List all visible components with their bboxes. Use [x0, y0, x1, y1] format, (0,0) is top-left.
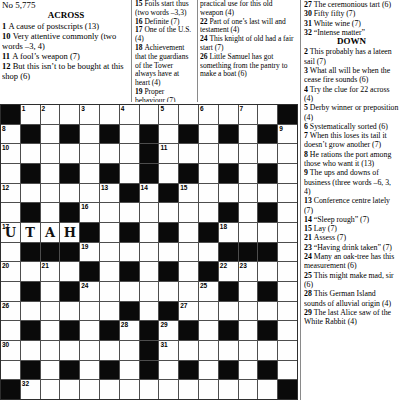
cell-r13-c5[interactable]: [80, 341, 99, 360]
cell-r6-c11[interactable]: [199, 203, 218, 222]
clue-number: 27: [304, 0, 314, 9]
cell-r8-c9[interactable]: [159, 243, 178, 262]
cell-number: 1: [22, 105, 26, 112]
cell-r7-c6[interactable]: [100, 223, 119, 242]
clue-item: 2 This probably has a lateen sail (7): [304, 47, 399, 66]
cell-number: 3: [81, 105, 85, 112]
cell-r3-c9[interactable]: 11: [159, 144, 178, 163]
cell-r12-c14: [258, 321, 277, 340]
cell-r1-c10[interactable]: [179, 105, 198, 124]
cell-number: 11: [160, 144, 167, 151]
cell-r2-c15[interactable]: 9: [278, 125, 297, 144]
clue-item: 29 The last Alice saw of the White Rabbi…: [304, 308, 399, 327]
cell-r2-c4: [60, 125, 79, 144]
clue-item: 14 “Sleep rough” (7): [304, 215, 399, 224]
clue-item: 30 Fifty fifty (7): [304, 9, 399, 18]
cell-r9-c1[interactable]: 20: [1, 262, 20, 281]
cell-r11-c8[interactable]: [140, 302, 159, 321]
cell-r2-c6: [100, 125, 119, 144]
clue-item: 27 The ceremonious tart (6): [304, 0, 399, 9]
cell-r2-c10: [179, 125, 198, 144]
cell-r3-c12[interactable]: [219, 144, 238, 163]
cell-r3-c2[interactable]: [21, 144, 40, 163]
cell-r15-c3[interactable]: [41, 380, 60, 399]
cell-r15-c6[interactable]: [100, 380, 119, 399]
cell-number: 31: [160, 341, 167, 348]
cell-r3-c5[interactable]: [80, 144, 99, 163]
cell-r10-c4: [60, 282, 79, 301]
cell-r15-c10[interactable]: [179, 380, 198, 399]
cell-r12-c11[interactable]: [199, 321, 218, 340]
cell-r12-c12: [219, 321, 238, 340]
cell-r1-c3[interactable]: 2: [41, 105, 60, 124]
cell-r13-c15[interactable]: [278, 341, 297, 360]
clue-number: 9: [304, 168, 310, 177]
cell-number: 24: [81, 282, 88, 289]
cell-r5-c4[interactable]: [60, 184, 79, 203]
clue-item: 24 Many an oak-tree has this measurement…: [304, 252, 399, 271]
cell-r1-c14[interactable]: [258, 105, 277, 124]
clue-column-right-top: practical use for this old weapon (4)22 …: [200, 0, 297, 102]
cell-r7-c1[interactable]: 17U: [1, 223, 20, 242]
clue-item: 4 Try the clue for 22 across (4): [304, 85, 399, 104]
cell-r7-c11: [199, 223, 218, 242]
clue-item: 24 This knight of old had a fair start (…: [200, 35, 297, 53]
cell-r8-c11[interactable]: [199, 243, 218, 262]
cell-number: 29: [160, 321, 167, 328]
column-divider: [131, 0, 132, 102]
cell-r13-c10[interactable]: [179, 341, 198, 360]
clue-number: 21: [304, 233, 314, 242]
cell-r1-c1: [1, 105, 20, 124]
cell-r6-c5[interactable]: 16: [80, 203, 99, 222]
cell-r11-c10[interactable]: 27: [179, 302, 198, 321]
cell-r10-c3[interactable]: [41, 282, 60, 301]
cell-r1-c15: [278, 105, 297, 124]
cell-r5-c5[interactable]: [80, 184, 99, 203]
cell-r4-c12: [219, 164, 238, 183]
clue-item: 11 A fool’s weapon (7): [2, 51, 130, 61]
cell-r2-c1[interactable]: 8: [1, 125, 20, 144]
cell-r6-c3[interactable]: [41, 203, 60, 222]
cell-r7-c10[interactable]: [179, 223, 198, 242]
cell-r9-c9: [159, 262, 178, 281]
cell-r14-c15[interactable]: [278, 361, 297, 380]
clue-item: 6 Systematically sorted (6): [304, 122, 399, 131]
clue-item: 28 This German Island sounds of alluvial…: [304, 289, 399, 308]
cell-number: 15: [180, 184, 187, 191]
cell-r15-c2[interactable]: 32: [21, 380, 40, 399]
cell-r11-c13[interactable]: [239, 302, 258, 321]
cell-r4-c3[interactable]: [41, 164, 60, 183]
cell-r6-c14: [258, 203, 277, 222]
clue-item: 19 Proper behaviour (7): [135, 88, 195, 102]
cell-r6-c6[interactable]: [100, 203, 119, 222]
cell-r10-c10[interactable]: [179, 282, 198, 301]
cell-number: 16: [81, 203, 88, 210]
cell-r15-c8[interactable]: [140, 380, 159, 399]
crossword-grid: 1234567891011121314151617UTAH18192021222…: [0, 104, 298, 400]
clue-number: 7: [304, 131, 310, 140]
cell-r5-c8[interactable]: 14: [140, 184, 159, 203]
cell-r3-c7[interactable]: [120, 144, 139, 163]
clue-number: 5: [304, 103, 310, 112]
cell-r4-c8: [140, 164, 159, 183]
cell-r1-c12[interactable]: [219, 105, 238, 124]
clue-number: 15: [304, 224, 314, 233]
cell-r15-c9[interactable]: [159, 380, 178, 399]
cell-r5-c11[interactable]: [199, 184, 218, 203]
clue-column-down: 27 The ceremonious tart (6)30 Fifty fift…: [304, 0, 399, 400]
cell-r3-c4[interactable]: [60, 144, 79, 163]
cell-r7-c4[interactable]: H: [60, 223, 79, 242]
cell-number: 13: [101, 184, 108, 191]
cell-r2-c9[interactable]: [159, 125, 178, 144]
cell-r3-c8: [140, 144, 159, 163]
cell-r5-c10[interactable]: 15: [179, 184, 198, 203]
cell-r2-c3[interactable]: [41, 125, 60, 144]
cell-r11-c1[interactable]: 26: [1, 302, 20, 321]
cell-number: 5: [160, 105, 164, 112]
cell-r13-c14[interactable]: [258, 341, 277, 360]
cell-letter: T: [21, 223, 40, 242]
clue-number: 25: [304, 271, 314, 280]
cell-r15-c13[interactable]: [239, 380, 258, 399]
cell-r14-c3[interactable]: [41, 361, 60, 380]
cell-r11-c12[interactable]: [219, 302, 238, 321]
cell-r4-c10: [179, 164, 198, 183]
cell-r1-c7[interactable]: 4: [120, 105, 139, 124]
cell-r2-c13[interactable]: [239, 125, 258, 144]
cell-number: 9: [279, 125, 283, 132]
cell-r7-c13[interactable]: [239, 223, 258, 242]
cell-r8-c10[interactable]: [179, 243, 198, 262]
cell-number: 20: [2, 262, 9, 269]
cell-r4-c11[interactable]: [199, 164, 218, 183]
cell-r12-c1[interactable]: [1, 321, 20, 340]
cell-r9-c7: [120, 262, 139, 281]
cell-r9-c2[interactable]: [21, 262, 40, 281]
cell-r10-c2: [21, 282, 40, 301]
cell-r11-c2[interactable]: [21, 302, 40, 321]
cell-r10-c5[interactable]: 24: [80, 282, 99, 301]
cell-r13-c6[interactable]: [100, 341, 119, 360]
clue-number: 22: [200, 17, 209, 26]
cell-r12-c2: [21, 321, 40, 340]
cell-r7-c15[interactable]: [278, 223, 297, 242]
cell-number: 10: [2, 144, 9, 151]
cell-letter: A: [41, 223, 60, 242]
cell-r3-c1[interactable]: 10: [1, 144, 20, 163]
cell-number: 14: [141, 184, 148, 191]
clue-item: 17 One of the U.S. (4): [135, 26, 195, 44]
cell-r13-c7[interactable]: [120, 341, 139, 360]
column-divider: [197, 0, 198, 102]
cell-r11-c4[interactable]: [60, 302, 79, 321]
cell-r7-c14[interactable]: [258, 223, 277, 242]
cell-r7-c8[interactable]: [140, 223, 159, 242]
cell-r3-c3[interactable]: [41, 144, 60, 163]
cell-r10-c7[interactable]: [120, 282, 139, 301]
cell-r5-c9: [159, 184, 178, 203]
cell-r4-c7[interactable]: [120, 164, 139, 183]
cell-r10-c6[interactable]: [100, 282, 119, 301]
cell-r11-c14[interactable]: [258, 302, 277, 321]
cell-r5-c12[interactable]: [219, 184, 238, 203]
cell-r13-c3[interactable]: [41, 341, 60, 360]
clue-number: 24: [200, 34, 209, 43]
clue-number: 14: [304, 215, 314, 224]
cell-r7-c9: [159, 223, 178, 242]
cell-r7-c2[interactable]: T: [21, 223, 40, 242]
cell-r15-c15: [278, 380, 297, 399]
cell-r13-c2[interactable]: [21, 341, 40, 360]
cell-r2-c12: [219, 125, 238, 144]
clue-number: 31: [304, 19, 314, 28]
cell-r14-c7[interactable]: [120, 361, 139, 380]
cell-r8-c2: [21, 243, 40, 262]
clue-item: 21 Assess (7): [304, 233, 399, 242]
cell-r14-c8: [140, 361, 159, 380]
cell-r5-c15[interactable]: [278, 184, 297, 203]
cell-r14-c14: [258, 361, 277, 380]
cell-r10-c11[interactable]: 25: [199, 282, 218, 301]
cell-r9-c5: [80, 262, 99, 281]
cell-r13-c12[interactable]: [219, 341, 238, 360]
cell-r3-c10[interactable]: [179, 144, 198, 163]
cell-r14-c13[interactable]: [239, 361, 258, 380]
clue-item: 10 Very attentive commonly (two words –3…: [2, 31, 130, 51]
cell-r2-c11[interactable]: [199, 125, 218, 144]
cell-number: 23: [240, 262, 247, 269]
cell-r15-c5[interactable]: [80, 380, 99, 399]
clue-column-left: No 5,775 ACROSS 1 A cause of postscripts…: [2, 0, 130, 102]
cell-r4-c1[interactable]: [1, 164, 20, 183]
cell-r8-c7[interactable]: [120, 243, 139, 262]
cell-r8-c15[interactable]: [278, 243, 297, 262]
cell-r3-c11[interactable]: [199, 144, 218, 163]
cell-r15-c11[interactable]: [199, 380, 218, 399]
cell-r1-c13[interactable]: 7: [239, 105, 258, 124]
cell-number: 32: [22, 380, 29, 387]
cell-r14-c6: [100, 361, 119, 380]
cell-r15-c4[interactable]: [60, 380, 79, 399]
column-divider: [300, 0, 301, 400]
cell-r14-c11[interactable]: [199, 361, 218, 380]
cell-r9-c14[interactable]: [258, 262, 277, 281]
cell-r9-c4[interactable]: [60, 262, 79, 281]
cell-r14-c2: [21, 361, 40, 380]
clue-item: 7 When this loses its tail it doesn’t gr…: [304, 131, 399, 150]
cell-r4-c15[interactable]: [278, 164, 297, 183]
cell-r3-c15[interactable]: [278, 144, 297, 163]
cell-r11-c15[interactable]: [278, 302, 297, 321]
clue-item: 18 Achievement that the guardians of the…: [135, 44, 195, 88]
cell-number: 22: [220, 262, 227, 269]
cell-r9-c10[interactable]: [179, 262, 198, 281]
clue-number: 6: [304, 122, 310, 131]
cell-r4-c4: [60, 164, 79, 183]
clue-column-middle: 15 Foils start thus (two words –3,3)16 D…: [135, 0, 195, 102]
cell-r4-c5[interactable]: [80, 164, 99, 183]
cell-r12-c5[interactable]: [80, 321, 99, 340]
cell-r9-c15[interactable]: [278, 262, 297, 281]
cell-r4-c13[interactable]: [239, 164, 258, 183]
cell-r5-c13[interactable]: [239, 184, 258, 203]
cell-number: 6: [200, 105, 204, 112]
cell-number: 19: [81, 243, 88, 250]
clue-number: 4: [304, 85, 310, 94]
cell-r6-c15[interactable]: [278, 203, 297, 222]
cell-r8-c8[interactable]: [140, 243, 159, 262]
cell-r5-c14[interactable]: [258, 184, 277, 203]
cell-r1-c6[interactable]: [100, 105, 119, 124]
cell-r5-c1[interactable]: 12: [1, 184, 20, 203]
cell-r8-c5[interactable]: 19: [80, 243, 99, 262]
cell-r6-c13[interactable]: [239, 203, 258, 222]
cell-r1-c5[interactable]: 3: [80, 105, 99, 124]
cell-r11-c5[interactable]: [80, 302, 99, 321]
cell-r14-c9[interactable]: [159, 361, 178, 380]
cell-r14-c1[interactable]: [1, 361, 20, 380]
cell-r15-c7[interactable]: [120, 380, 139, 399]
clue-item: 12 But this isn’t to be bought at this s…: [2, 61, 130, 81]
clue-number: 16: [135, 17, 144, 26]
clue-number: 28: [304, 289, 314, 298]
cell-r10-c1[interactable]: [1, 282, 20, 301]
cell-number: 28: [121, 321, 128, 328]
cell-r7-c3[interactable]: A: [41, 223, 60, 242]
cell-r8-c6[interactable]: [100, 243, 119, 262]
cell-r5-c6[interactable]: 13: [100, 184, 119, 203]
cell-r12-c7[interactable]: 28: [120, 321, 139, 340]
cell-r6-c1[interactable]: [1, 203, 20, 222]
cell-r2-c2: [21, 125, 40, 144]
cell-r7-c12[interactable]: 18: [219, 223, 238, 242]
cell-r14-c10: [179, 361, 198, 380]
cell-r15-c14[interactable]: [258, 380, 277, 399]
puzzle-number: No 5,775: [2, 0, 130, 10]
clue-item: 13 Conference centre lately (7): [304, 196, 399, 215]
down-header: DOWN: [304, 37, 399, 46]
cell-r6-c7[interactable]: [120, 203, 139, 222]
cell-r3-c6[interactable]: [100, 144, 119, 163]
cell-r11-c11[interactable]: [199, 302, 218, 321]
cell-r11-c9: [159, 302, 178, 321]
cell-r13-c9[interactable]: 31: [159, 341, 178, 360]
cell-r9-c13[interactable]: 23: [239, 262, 258, 281]
cell-r11-c6[interactable]: [100, 302, 119, 321]
cell-r6-c4: [60, 203, 79, 222]
clue-item: 1 A cause of postscripts (13): [2, 21, 130, 31]
clue-number: 26: [200, 52, 209, 61]
clue-number: 24: [304, 252, 314, 261]
clue-item: 22 Part of one’s last will and testament…: [200, 18, 297, 36]
cell-r9-c3[interactable]: 21: [41, 262, 60, 281]
cell-number: 21: [42, 262, 49, 269]
cell-number: 8: [2, 125, 6, 132]
cell-r12-c4: [60, 321, 79, 340]
cell-r12-c13[interactable]: [239, 321, 258, 340]
cell-r14-c5[interactable]: [80, 361, 99, 380]
cell-r13-c11[interactable]: [199, 341, 218, 360]
clue-number: 10: [2, 31, 13, 41]
cell-r9-c12[interactable]: 22: [219, 262, 238, 281]
clue-item: practical use for this old weapon (4): [200, 0, 297, 18]
cell-r3-c14[interactable]: [258, 144, 277, 163]
cell-r13-c8: [140, 341, 159, 360]
cell-r1-c2[interactable]: 1: [21, 105, 40, 124]
cell-r4-c6: [100, 164, 119, 183]
clue-item: 15 Foils start thus (two words –3,3): [135, 0, 195, 18]
cell-r5-c3[interactable]: [41, 184, 60, 203]
cell-r10-c9[interactable]: [159, 282, 178, 301]
cell-number: 30: [2, 341, 9, 348]
cell-r9-c6[interactable]: [100, 262, 119, 281]
cell-r1-c11[interactable]: 6: [199, 105, 218, 124]
clue-number: 19: [135, 87, 144, 96]
cell-r2-c5[interactable]: [80, 125, 99, 144]
cell-r2-c7[interactable]: [120, 125, 139, 144]
clue-item: 31 White wine (7): [304, 19, 399, 28]
cell-r10-c15[interactable]: [278, 282, 297, 301]
cell-r1-c4[interactable]: [60, 105, 79, 124]
cell-number: 26: [2, 302, 9, 309]
clue-number: 3: [304, 66, 310, 75]
cell-r12-c3[interactable]: [41, 321, 60, 340]
clue-number: 12: [2, 61, 13, 71]
cell-r11-c3[interactable]: [41, 302, 60, 321]
clue-number: 15: [135, 0, 144, 8]
cell-r10-c13[interactable]: [239, 282, 258, 301]
cell-r15-c12[interactable]: [219, 380, 238, 399]
clue-item: 23 “Having drink taken” (7): [304, 243, 399, 252]
cell-r8-c1[interactable]: [1, 243, 20, 262]
cell-r4-c9[interactable]: [159, 164, 178, 183]
cell-r1-c9[interactable]: 5: [159, 105, 178, 124]
cell-r12-c15[interactable]: [278, 321, 297, 340]
cell-r13-c1[interactable]: 30: [1, 341, 20, 360]
cell-r13-c4[interactable]: [60, 341, 79, 360]
clue-number: 1: [2, 21, 8, 31]
clue-number: 30: [304, 9, 314, 18]
clue-item: 15 Lay (7): [304, 224, 399, 233]
clue-number: 32: [304, 28, 314, 37]
cell-r8-c4: [60, 243, 79, 262]
crossword-page: No 5,775 ACROSS 1 A cause of postscripts…: [0, 0, 400, 400]
cell-r3-c13[interactable]: [239, 144, 258, 163]
cell-r6-c8[interactable]: [140, 203, 159, 222]
cell-r4-c14: [258, 164, 277, 183]
cell-r6-c9[interactable]: [159, 203, 178, 222]
cell-r10-c8[interactable]: [140, 282, 159, 301]
cell-r6-c10[interactable]: [179, 203, 198, 222]
cell-number: 7: [240, 105, 244, 112]
cell-letter: U: [1, 223, 20, 242]
cell-r5-c2[interactable]: [21, 184, 40, 203]
cell-number: 12: [2, 184, 9, 191]
cell-r6-c2: [21, 203, 40, 222]
cell-r6-c12: [219, 203, 238, 222]
cell-r15-c1: [1, 380, 20, 399]
cell-r11-c7: [120, 302, 139, 321]
cell-r14-c12: [219, 361, 238, 380]
cell-r12-c9[interactable]: 29: [159, 321, 178, 340]
cell-letter: H: [60, 223, 79, 242]
cell-r9-c8[interactable]: [140, 262, 159, 281]
cell-r1-c8[interactable]: [140, 105, 159, 124]
cell-r13-c13[interactable]: [239, 341, 258, 360]
